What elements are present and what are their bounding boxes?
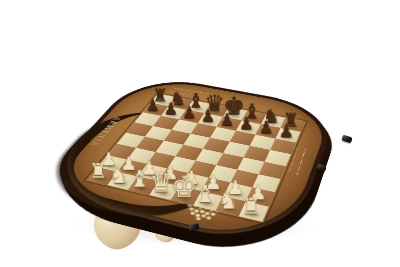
metal-clasp — [341, 135, 352, 144]
piece-white-knight[interactable]: ♞ — [216, 189, 240, 212]
square-b4[interactable] — [136, 137, 164, 152]
piece-white-knight[interactable]: ♞ — [107, 164, 130, 186]
piece-black-pawn[interactable]: ♟ — [276, 123, 297, 140]
piece-white-queen[interactable]: ♛ — [149, 169, 172, 196]
product-photo: ARMENIA ♜♞♝♛♚♝♞♜♟♟♟♟♟♟♟♟♟♟♟♟♟♟♟♟♜♞♝♛♚♝♞♜ — [0, 0, 400, 267]
piece-black-pawn[interactable]: ♟ — [217, 112, 237, 128]
piece-white-bishop[interactable]: ♝ — [193, 183, 217, 207]
piece-black-pawn[interactable]: ♟ — [198, 108, 218, 124]
piece-black-pawn[interactable]: ♟ — [256, 119, 277, 136]
piece-white-rook[interactable]: ♜ — [239, 195, 263, 217]
piece-white-bishop[interactable]: ♝ — [128, 168, 151, 191]
piece-black-pawn[interactable]: ♟ — [161, 101, 181, 117]
piece-black-pawn[interactable]: ♟ — [179, 104, 199, 120]
piece-black-pawn[interactable]: ♟ — [236, 115, 256, 132]
piece-black-pawn[interactable]: ♟ — [143, 97, 163, 113]
piece-white-rook[interactable]: ♜ — [87, 161, 110, 182]
piece-white-king[interactable]: ♚ — [171, 172, 195, 201]
square-h1[interactable]: ♜ — [239, 201, 269, 221]
